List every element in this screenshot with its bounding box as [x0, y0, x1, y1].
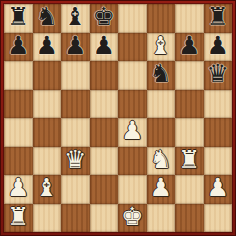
black-knight-f6[interactable]: ♞: [150, 60, 172, 88]
square-d7[interactable]: ♟: [90, 33, 119, 62]
square-b4[interactable]: [33, 118, 62, 147]
square-c1[interactable]: [61, 204, 90, 233]
square-c6[interactable]: [61, 61, 90, 90]
chess-board: ♜♞♝♚♜♟♟♟♟♝♟♟♞♛♟♛♞♜♟♝♟♟♜♚: [4, 4, 232, 232]
square-h7[interactable]: ♟: [204, 33, 233, 62]
square-b3[interactable]: [33, 147, 62, 176]
square-b6[interactable]: [33, 61, 62, 90]
white-knight-f3[interactable]: ♞: [150, 146, 172, 174]
square-d6[interactable]: [90, 61, 119, 90]
black-pawn-a7[interactable]: ♟: [7, 32, 29, 60]
square-e6[interactable]: [118, 61, 147, 90]
black-queen-h6[interactable]: ♛: [207, 60, 229, 88]
square-b2[interactable]: ♝: [33, 175, 62, 204]
square-b8[interactable]: ♞: [33, 4, 62, 33]
square-b1[interactable]: [33, 204, 62, 233]
square-e2[interactable]: [118, 175, 147, 204]
square-e7[interactable]: [118, 33, 147, 62]
square-h8[interactable]: ♜: [204, 4, 233, 33]
square-f8[interactable]: [147, 4, 176, 33]
square-a6[interactable]: [4, 61, 33, 90]
square-g2[interactable]: [175, 175, 204, 204]
board-frame: ♜♞♝♚♜♟♟♟♟♝♟♟♞♛♟♛♞♜♟♝♟♟♜♚: [0, 0, 236, 236]
square-a3[interactable]: [4, 147, 33, 176]
black-pawn-h7[interactable]: ♟: [207, 32, 229, 60]
square-b7[interactable]: ♟: [33, 33, 62, 62]
square-e5[interactable]: [118, 90, 147, 119]
square-a8[interactable]: ♜: [4, 4, 33, 33]
square-f5[interactable]: [147, 90, 176, 119]
square-h4[interactable]: [204, 118, 233, 147]
square-a2[interactable]: ♟: [4, 175, 33, 204]
square-d1[interactable]: [90, 204, 119, 233]
square-g1[interactable]: [175, 204, 204, 233]
white-pawn-e4[interactable]: ♟: [121, 117, 143, 145]
square-e8[interactable]: [118, 4, 147, 33]
square-d2[interactable]: [90, 175, 119, 204]
black-rook-h8[interactable]: ♜: [207, 3, 229, 31]
square-a4[interactable]: [4, 118, 33, 147]
square-g3[interactable]: ♜: [175, 147, 204, 176]
black-pawn-c7[interactable]: ♟: [64, 32, 86, 60]
white-rook-a1[interactable]: ♜: [7, 203, 29, 231]
square-f4[interactable]: [147, 118, 176, 147]
square-c4[interactable]: [61, 118, 90, 147]
black-king-d8[interactable]: ♚: [93, 3, 115, 31]
square-c8[interactable]: ♝: [61, 4, 90, 33]
black-rook-a8[interactable]: ♜: [7, 3, 29, 31]
square-h5[interactable]: [204, 90, 233, 119]
white-pawn-a2[interactable]: ♟: [7, 174, 29, 202]
square-d4[interactable]: [90, 118, 119, 147]
square-c7[interactable]: ♟: [61, 33, 90, 62]
square-f6[interactable]: ♞: [147, 61, 176, 90]
white-queen-c3[interactable]: ♛: [64, 146, 86, 174]
square-h1[interactable]: [204, 204, 233, 233]
square-h6[interactable]: ♛: [204, 61, 233, 90]
square-d3[interactable]: [90, 147, 119, 176]
white-bishop-b2[interactable]: ♝: [36, 174, 58, 202]
black-bishop-c8[interactable]: ♝: [64, 3, 86, 31]
square-c5[interactable]: [61, 90, 90, 119]
square-e1[interactable]: ♚: [118, 204, 147, 233]
square-a5[interactable]: [4, 90, 33, 119]
square-c2[interactable]: [61, 175, 90, 204]
square-f7[interactable]: ♝: [147, 33, 176, 62]
square-e4[interactable]: ♟: [118, 118, 147, 147]
square-h3[interactable]: [204, 147, 233, 176]
square-d8[interactable]: ♚: [90, 4, 119, 33]
square-c3[interactable]: ♛: [61, 147, 90, 176]
white-pawn-f2[interactable]: ♟: [150, 174, 172, 202]
square-e3[interactable]: [118, 147, 147, 176]
white-king-e1[interactable]: ♚: [121, 203, 143, 231]
white-pawn-h2[interactable]: ♟: [207, 174, 229, 202]
black-pawn-g7[interactable]: ♟: [178, 32, 200, 60]
square-g5[interactable]: [175, 90, 204, 119]
black-knight-b8[interactable]: ♞: [36, 3, 58, 31]
square-b5[interactable]: [33, 90, 62, 119]
square-f2[interactable]: ♟: [147, 175, 176, 204]
square-d5[interactable]: [90, 90, 119, 119]
black-pawn-d7[interactable]: ♟: [93, 32, 115, 60]
square-g4[interactable]: [175, 118, 204, 147]
black-pawn-b7[interactable]: ♟: [36, 32, 58, 60]
white-bishop-f7[interactable]: ♝: [150, 32, 172, 60]
square-g8[interactable]: [175, 4, 204, 33]
square-f1[interactable]: [147, 204, 176, 233]
square-a7[interactable]: ♟: [4, 33, 33, 62]
square-h2[interactable]: ♟: [204, 175, 233, 204]
white-rook-g3[interactable]: ♜: [178, 146, 200, 174]
square-a1[interactable]: ♜: [4, 204, 33, 233]
square-g7[interactable]: ♟: [175, 33, 204, 62]
square-f3[interactable]: ♞: [147, 147, 176, 176]
square-g6[interactable]: [175, 61, 204, 90]
